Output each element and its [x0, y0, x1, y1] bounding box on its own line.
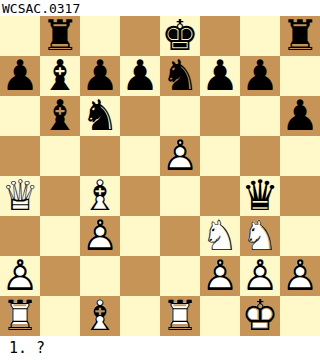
square-c6[interactable]: ♞ — [80, 96, 120, 136]
square-b6[interactable]: ♝ — [40, 96, 80, 136]
chess-board: ♜♚♜♟♝♟♟♞♟♟♝♞♟♟♙♛♕♝♗♛♟♙♞♘♞♘♟♙♟♙♟♙♟♙♜♖♝♗♜♖… — [0, 16, 320, 336]
square-e6[interactable] — [160, 96, 200, 136]
black-pawn-fill: ♟ — [280, 96, 320, 136]
black-pawn-fill: ♟ — [120, 56, 160, 96]
white-pawn-outline: ♙ — [0, 256, 40, 296]
piece-black-bishop-icon[interactable]: ♝ — [40, 96, 80, 136]
piece-white-bishop-icon[interactable]: ♝♗ — [80, 296, 120, 336]
square-c1[interactable]: ♝♗ — [80, 296, 120, 336]
square-h7[interactable] — [280, 56, 320, 96]
square-e8[interactable]: ♚ — [160, 16, 200, 56]
square-a6[interactable] — [0, 96, 40, 136]
square-d2[interactable] — [120, 256, 160, 296]
square-h4[interactable] — [280, 176, 320, 216]
white-pawn-outline: ♙ — [280, 256, 320, 296]
square-a3[interactable] — [0, 216, 40, 256]
square-f8[interactable] — [200, 16, 240, 56]
square-g5[interactable] — [240, 136, 280, 176]
white-knight-outline: ♘ — [200, 216, 240, 256]
piece-white-rook-icon[interactable]: ♜♖ — [160, 296, 200, 336]
square-b2[interactable] — [40, 256, 80, 296]
square-e1[interactable]: ♜♖ — [160, 296, 200, 336]
black-pawn-fill: ♟ — [240, 56, 280, 96]
white-pawn-outline: ♙ — [160, 136, 200, 176]
square-h2[interactable]: ♟♙ — [280, 256, 320, 296]
black-king-fill: ♚ — [160, 16, 200, 56]
square-f3[interactable]: ♞♘ — [200, 216, 240, 256]
chess-viewer: WCSAC.0317 ♜♚♜♟♝♟♟♞♟♟♝♞♟♟♙♛♕♝♗♛♟♙♞♘♞♘♟♙♟… — [0, 0, 320, 360]
square-d4[interactable] — [120, 176, 160, 216]
square-h1[interactable] — [280, 296, 320, 336]
square-h5[interactable] — [280, 136, 320, 176]
square-d8[interactable] — [120, 16, 160, 56]
square-g1[interactable]: ♚♔ — [240, 296, 280, 336]
square-a1[interactable]: ♜♖ — [0, 296, 40, 336]
square-c8[interactable] — [80, 16, 120, 56]
square-g2[interactable]: ♟♙ — [240, 256, 280, 296]
square-b4[interactable] — [40, 176, 80, 216]
square-c5[interactable] — [80, 136, 120, 176]
piece-white-pawn-icon[interactable]: ♟♙ — [280, 256, 320, 296]
white-queen-outline: ♕ — [0, 176, 40, 216]
piece-black-bishop-icon[interactable]: ♝ — [40, 56, 80, 96]
square-c7[interactable]: ♟ — [80, 56, 120, 96]
move-prompt: 1. ? — [9, 339, 45, 357]
black-pawn-fill: ♟ — [200, 56, 240, 96]
piece-white-pawn-icon[interactable]: ♟♙ — [160, 136, 200, 176]
white-rook-outline: ♖ — [0, 296, 40, 336]
square-e3[interactable] — [160, 216, 200, 256]
square-g6[interactable] — [240, 96, 280, 136]
piece-white-pawn-icon[interactable]: ♟♙ — [200, 256, 240, 296]
square-g8[interactable] — [240, 16, 280, 56]
piece-black-knight-icon[interactable]: ♞ — [160, 56, 200, 96]
square-f5[interactable] — [200, 136, 240, 176]
square-f4[interactable] — [200, 176, 240, 216]
black-knight-fill: ♞ — [80, 96, 120, 136]
square-d7[interactable]: ♟ — [120, 56, 160, 96]
white-rook-outline: ♖ — [160, 296, 200, 336]
square-b7[interactable]: ♝ — [40, 56, 80, 96]
piece-white-king-icon[interactable]: ♚♔ — [240, 296, 280, 336]
white-bishop-outline: ♗ — [80, 296, 120, 336]
square-c2[interactable] — [80, 256, 120, 296]
black-queen-fill: ♛ — [240, 176, 280, 216]
square-a8[interactable] — [0, 16, 40, 56]
piece-white-bishop-icon[interactable]: ♝♗ — [80, 176, 120, 216]
piece-white-knight-icon[interactable]: ♞♘ — [240, 216, 280, 256]
white-king-outline: ♔ — [240, 296, 280, 336]
piece-black-rook-icon[interactable]: ♜ — [40, 16, 80, 56]
square-c4[interactable]: ♝♗ — [80, 176, 120, 216]
piece-black-pawn-icon[interactable]: ♟ — [120, 56, 160, 96]
white-knight-outline: ♘ — [240, 216, 280, 256]
white-pawn-outline: ♙ — [80, 216, 120, 256]
square-d6[interactable] — [120, 96, 160, 136]
piece-black-pawn-icon[interactable]: ♟ — [280, 96, 320, 136]
square-d1[interactable] — [120, 296, 160, 336]
black-rook-fill: ♜ — [40, 16, 80, 56]
piece-black-pawn-icon[interactable]: ♟ — [240, 56, 280, 96]
square-g7[interactable]: ♟ — [240, 56, 280, 96]
square-h8[interactable]: ♜ — [280, 16, 320, 56]
square-e2[interactable] — [160, 256, 200, 296]
square-e4[interactable] — [160, 176, 200, 216]
square-f2[interactable]: ♟♙ — [200, 256, 240, 296]
square-b5[interactable] — [40, 136, 80, 176]
piece-black-knight-icon[interactable]: ♞ — [80, 96, 120, 136]
piece-white-queen-icon[interactable]: ♛♕ — [0, 176, 40, 216]
piece-black-rook-icon[interactable]: ♜ — [280, 16, 320, 56]
square-g4[interactable]: ♛ — [240, 176, 280, 216]
piece-black-pawn-icon[interactable]: ♟ — [200, 56, 240, 96]
square-b1[interactable] — [40, 296, 80, 336]
square-b8[interactable]: ♜ — [40, 16, 80, 56]
square-f6[interactable] — [200, 96, 240, 136]
black-bishop-fill: ♝ — [40, 56, 80, 96]
square-a2[interactable]: ♟♙ — [0, 256, 40, 296]
piece-white-pawn-icon[interactable]: ♟♙ — [0, 256, 40, 296]
square-h3[interactable] — [280, 216, 320, 256]
piece-white-pawn-icon[interactable]: ♟♙ — [80, 216, 120, 256]
black-knight-fill: ♞ — [160, 56, 200, 96]
piece-black-pawn-icon[interactable]: ♟ — [80, 56, 120, 96]
square-a7[interactable]: ♟ — [0, 56, 40, 96]
black-pawn-fill: ♟ — [80, 56, 120, 96]
black-pawn-fill: ♟ — [0, 56, 40, 96]
piece-white-rook-icon[interactable]: ♜♖ — [0, 296, 40, 336]
square-d3[interactable] — [120, 216, 160, 256]
square-h6[interactable]: ♟ — [280, 96, 320, 136]
piece-black-king-icon[interactable]: ♚ — [160, 16, 200, 56]
square-d5[interactable] — [120, 136, 160, 176]
piece-black-pawn-icon[interactable]: ♟ — [0, 56, 40, 96]
square-a5[interactable] — [0, 136, 40, 176]
white-pawn-outline: ♙ — [200, 256, 240, 296]
square-a4[interactable]: ♛♕ — [0, 176, 40, 216]
black-bishop-fill: ♝ — [40, 96, 80, 136]
piece-white-knight-icon[interactable]: ♞♘ — [200, 216, 240, 256]
square-c3[interactable]: ♟♙ — [80, 216, 120, 256]
square-e5[interactable]: ♟♙ — [160, 136, 200, 176]
square-e7[interactable]: ♞ — [160, 56, 200, 96]
square-f1[interactable] — [200, 296, 240, 336]
piece-black-queen-icon[interactable]: ♛ — [240, 176, 280, 216]
piece-white-pawn-icon[interactable]: ♟♙ — [240, 256, 280, 296]
square-f7[interactable]: ♟ — [200, 56, 240, 96]
square-g3[interactable]: ♞♘ — [240, 216, 280, 256]
white-bishop-outline: ♗ — [80, 176, 120, 216]
square-b3[interactable] — [40, 216, 80, 256]
white-pawn-outline: ♙ — [240, 256, 280, 296]
black-rook-fill: ♜ — [280, 16, 320, 56]
